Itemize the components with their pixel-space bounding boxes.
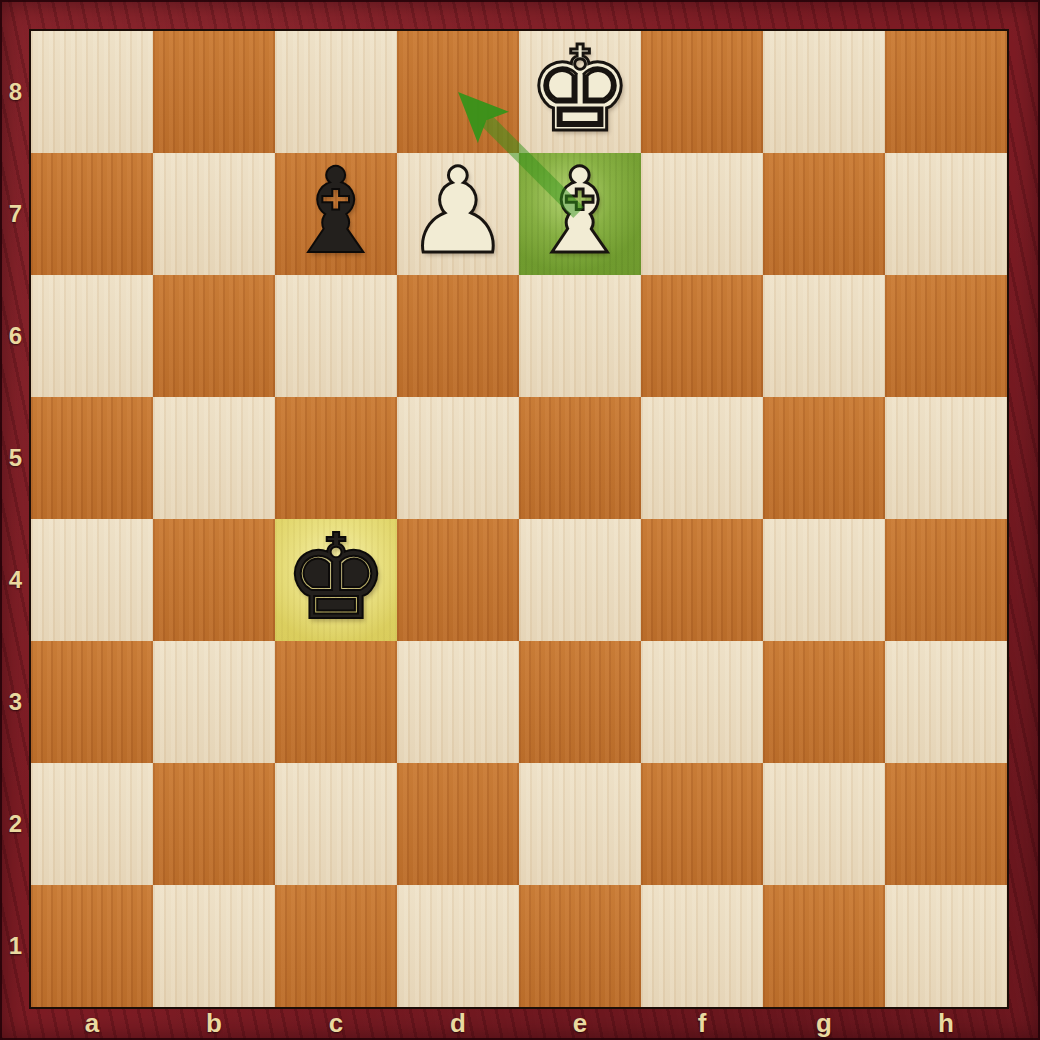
- rank-label-5: 5: [0, 397, 31, 519]
- piece-black-bishop-c7[interactable]: ♝: [283, 150, 389, 272]
- square-d6[interactable]: [397, 275, 519, 397]
- piece-white-pawn-d7[interactable]: ♟: [405, 150, 511, 272]
- file-label-a: a: [31, 1007, 153, 1040]
- rank-label-8: 8: [0, 31, 31, 153]
- square-g3[interactable]: [763, 641, 885, 763]
- square-d5[interactable]: [397, 397, 519, 519]
- square-g7[interactable]: [763, 153, 885, 275]
- square-b8[interactable]: [153, 31, 275, 153]
- square-c6[interactable]: [275, 275, 397, 397]
- square-a7[interactable]: [31, 153, 153, 275]
- file-label-h: h: [885, 1007, 1007, 1040]
- square-h3[interactable]: [885, 641, 1007, 763]
- square-d1[interactable]: [397, 885, 519, 1007]
- square-h1[interactable]: [885, 885, 1007, 1007]
- rank-label-1: 1: [0, 885, 31, 1007]
- square-a5[interactable]: [31, 397, 153, 519]
- square-f5[interactable]: [641, 397, 763, 519]
- square-c5[interactable]: [275, 397, 397, 519]
- square-h7[interactable]: [885, 153, 1007, 275]
- square-d8[interactable]: [397, 31, 519, 153]
- file-label-c: c: [275, 1007, 397, 1040]
- rank-label-3: 3: [0, 641, 31, 763]
- square-d2[interactable]: [397, 763, 519, 885]
- square-f4[interactable]: [641, 519, 763, 641]
- square-b7[interactable]: [153, 153, 275, 275]
- square-h2[interactable]: [885, 763, 1007, 885]
- square-g8[interactable]: [763, 31, 885, 153]
- square-h8[interactable]: [885, 31, 1007, 153]
- square-b6[interactable]: [153, 275, 275, 397]
- square-g1[interactable]: [763, 885, 885, 1007]
- file-label-g: g: [763, 1007, 885, 1040]
- square-e1[interactable]: [519, 885, 641, 1007]
- square-c4[interactable]: ♚: [275, 519, 397, 641]
- square-a6[interactable]: [31, 275, 153, 397]
- square-f3[interactable]: [641, 641, 763, 763]
- rank-label-7: 7: [0, 153, 31, 275]
- square-g2[interactable]: [763, 763, 885, 885]
- square-g6[interactable]: [763, 275, 885, 397]
- square-d3[interactable]: [397, 641, 519, 763]
- file-label-e: e: [519, 1007, 641, 1040]
- square-g5[interactable]: [763, 397, 885, 519]
- file-label-d: d: [397, 1007, 519, 1040]
- file-label-f: f: [641, 1007, 763, 1040]
- square-e4[interactable]: [519, 519, 641, 641]
- square-e7[interactable]: ♝: [519, 153, 641, 275]
- square-a1[interactable]: [31, 885, 153, 1007]
- square-f6[interactable]: [641, 275, 763, 397]
- square-d4[interactable]: [397, 519, 519, 641]
- square-a8[interactable]: [31, 31, 153, 153]
- square-a4[interactable]: [31, 519, 153, 641]
- square-g4[interactable]: [763, 519, 885, 641]
- square-f2[interactable]: [641, 763, 763, 885]
- rank-label-4: 4: [0, 519, 31, 641]
- square-c1[interactable]: [275, 885, 397, 1007]
- rank-label-2: 2: [0, 763, 31, 885]
- square-b1[interactable]: [153, 885, 275, 1007]
- square-c3[interactable]: [275, 641, 397, 763]
- square-c2[interactable]: [275, 763, 397, 885]
- file-label-b: b: [153, 1007, 275, 1040]
- piece-black-king-c4[interactable]: ♚: [283, 516, 389, 638]
- square-c7[interactable]: ♝: [275, 153, 397, 275]
- chessboard-frame: ♚♝♟♝♚ 87654321abcdefgh: [0, 0, 1040, 1040]
- square-f8[interactable]: [641, 31, 763, 153]
- rank-label-6: 6: [0, 275, 31, 397]
- square-b3[interactable]: [153, 641, 275, 763]
- square-b2[interactable]: [153, 763, 275, 885]
- square-e5[interactable]: [519, 397, 641, 519]
- square-f1[interactable]: [641, 885, 763, 1007]
- piece-white-bishop-e7[interactable]: ♝: [527, 150, 633, 272]
- square-e8[interactable]: ♚: [519, 31, 641, 153]
- square-h5[interactable]: [885, 397, 1007, 519]
- square-h6[interactable]: [885, 275, 1007, 397]
- square-f7[interactable]: [641, 153, 763, 275]
- square-b4[interactable]: [153, 519, 275, 641]
- piece-white-king-e8[interactable]: ♚: [527, 28, 633, 150]
- square-e2[interactable]: [519, 763, 641, 885]
- square-a2[interactable]: [31, 763, 153, 885]
- square-e6[interactable]: [519, 275, 641, 397]
- square-c8[interactable]: [275, 31, 397, 153]
- square-h4[interactable]: [885, 519, 1007, 641]
- square-a3[interactable]: [31, 641, 153, 763]
- square-b5[interactable]: [153, 397, 275, 519]
- square-d7[interactable]: ♟: [397, 153, 519, 275]
- chess-board: ♚♝♟♝♚: [31, 31, 1007, 1007]
- square-e3[interactable]: [519, 641, 641, 763]
